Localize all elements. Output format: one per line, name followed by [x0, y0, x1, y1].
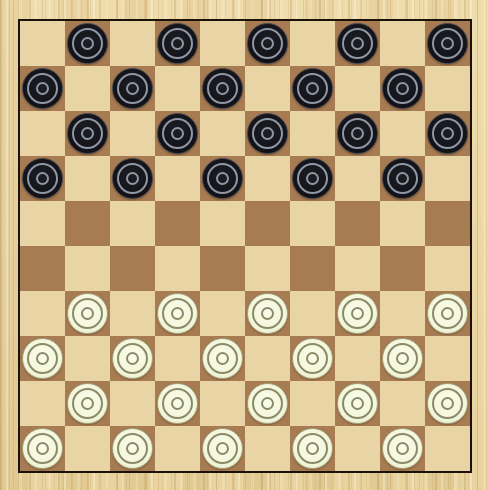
piece-center-ring — [396, 172, 409, 185]
square-26[interactable] — [20, 246, 65, 291]
white-man-piece[interactable] — [157, 293, 198, 334]
light-square-r3c1 — [20, 111, 65, 156]
light-square-r8c2 — [65, 336, 110, 381]
light-square-r6c4 — [155, 246, 200, 291]
light-square-r10c10 — [425, 426, 470, 471]
square-49[interactable] — [290, 426, 335, 471]
white-man-piece[interactable] — [337, 383, 378, 424]
light-square-r10c2 — [65, 426, 110, 471]
square-35[interactable] — [425, 291, 470, 336]
black-man-piece[interactable] — [337, 113, 378, 154]
square-10[interactable] — [380, 66, 425, 111]
light-square-r10c8 — [335, 426, 380, 471]
square-5[interactable] — [425, 21, 470, 66]
piece-center-ring — [36, 442, 49, 455]
square-45[interactable] — [425, 381, 470, 426]
white-man-piece[interactable] — [292, 428, 333, 469]
piece-center-ring — [306, 172, 319, 185]
piece-center-ring — [441, 307, 454, 320]
white-man-piece[interactable] — [292, 338, 333, 379]
white-man-piece[interactable] — [157, 383, 198, 424]
square-41[interactable] — [65, 381, 110, 426]
light-square-r8c4 — [155, 336, 200, 381]
light-square-r3c7 — [290, 111, 335, 156]
square-7[interactable] — [110, 66, 155, 111]
light-square-r9c9 — [380, 381, 425, 426]
light-square-r3c9 — [380, 111, 425, 156]
piece-center-ring — [81, 397, 94, 410]
piece-center-ring — [126, 352, 139, 365]
white-man-piece[interactable] — [67, 293, 108, 334]
piece-center-ring — [306, 352, 319, 365]
piece-center-ring — [216, 352, 229, 365]
square-8[interactable] — [200, 66, 245, 111]
white-man-piece[interactable] — [112, 428, 153, 469]
light-square-r2c6 — [245, 66, 290, 111]
light-square-r4c6 — [245, 156, 290, 201]
piece-center-ring — [171, 127, 184, 140]
piece-center-ring — [396, 442, 409, 455]
light-square-r2c8 — [335, 66, 380, 111]
light-square-r4c2 — [65, 156, 110, 201]
white-man-piece[interactable] — [22, 338, 63, 379]
white-man-piece[interactable] — [67, 383, 108, 424]
square-12[interactable] — [155, 111, 200, 156]
black-man-piece[interactable] — [292, 158, 333, 199]
square-50[interactable] — [380, 426, 425, 471]
square-4[interactable] — [335, 21, 380, 66]
piece-center-ring — [306, 442, 319, 455]
piece-center-ring — [36, 172, 49, 185]
light-square-r7c5 — [200, 291, 245, 336]
light-square-r3c5 — [200, 111, 245, 156]
light-square-r2c10 — [425, 66, 470, 111]
piece-center-ring — [261, 127, 274, 140]
square-17[interactable] — [110, 156, 155, 201]
square-31[interactable] — [65, 291, 110, 336]
light-square-r2c2 — [65, 66, 110, 111]
white-man-piece[interactable] — [427, 383, 468, 424]
light-square-r8c8 — [335, 336, 380, 381]
black-man-piece[interactable] — [157, 23, 198, 64]
black-man-piece[interactable] — [247, 113, 288, 154]
white-man-piece[interactable] — [202, 428, 243, 469]
square-25[interactable] — [425, 201, 470, 246]
black-man-piece[interactable] — [22, 158, 63, 199]
piece-center-ring — [216, 172, 229, 185]
light-square-r5c1 — [20, 201, 65, 246]
white-man-piece[interactable] — [382, 338, 423, 379]
square-2[interactable] — [155, 21, 200, 66]
light-square-r7c9 — [380, 291, 425, 336]
light-square-r6c8 — [335, 246, 380, 291]
light-square-r6c10 — [425, 246, 470, 291]
square-23[interactable] — [245, 201, 290, 246]
white-man-piece[interactable] — [427, 293, 468, 334]
square-18[interactable] — [200, 156, 245, 201]
piece-center-ring — [81, 307, 94, 320]
light-square-r8c10 — [425, 336, 470, 381]
light-square-r5c3 — [110, 201, 155, 246]
light-square-r1c1 — [20, 21, 65, 66]
piece-center-ring — [126, 172, 139, 185]
square-48[interactable] — [200, 426, 245, 471]
square-14[interactable] — [335, 111, 380, 156]
piece-center-ring — [36, 352, 49, 365]
white-man-piece[interactable] — [337, 293, 378, 334]
piece-center-ring — [441, 37, 454, 50]
piece-center-ring — [261, 397, 274, 410]
square-42[interactable] — [155, 381, 200, 426]
light-square-r10c6 — [245, 426, 290, 471]
square-20[interactable] — [380, 156, 425, 201]
black-man-piece[interactable] — [202, 68, 243, 109]
square-16[interactable] — [20, 156, 65, 201]
square-33[interactable] — [245, 291, 290, 336]
black-man-piece[interactable] — [112, 68, 153, 109]
piece-center-ring — [441, 127, 454, 140]
black-man-piece[interactable] — [292, 68, 333, 109]
square-1[interactable] — [65, 21, 110, 66]
piece-center-ring — [216, 82, 229, 95]
square-47[interactable] — [110, 426, 155, 471]
piece-center-ring — [261, 37, 274, 50]
square-6[interactable] — [20, 66, 65, 111]
white-man-piece[interactable] — [247, 383, 288, 424]
light-square-r7c3 — [110, 291, 155, 336]
white-man-piece[interactable] — [382, 428, 423, 469]
piece-center-ring — [261, 307, 274, 320]
square-44[interactable] — [335, 381, 380, 426]
square-13[interactable] — [245, 111, 290, 156]
light-square-r4c10 — [425, 156, 470, 201]
black-man-piece[interactable] — [382, 68, 423, 109]
light-square-r1c3 — [110, 21, 155, 66]
white-man-piece[interactable] — [247, 293, 288, 334]
piece-center-ring — [351, 307, 364, 320]
piece-center-ring — [36, 82, 49, 95]
piece-center-ring — [441, 397, 454, 410]
black-man-piece[interactable] — [112, 158, 153, 199]
piece-center-ring — [351, 397, 364, 410]
black-man-piece[interactable] — [247, 23, 288, 64]
square-22[interactable] — [155, 201, 200, 246]
light-square-r4c8 — [335, 156, 380, 201]
piece-center-ring — [396, 82, 409, 95]
light-square-r3c3 — [110, 111, 155, 156]
board — [18, 19, 472, 473]
black-man-piece[interactable] — [427, 113, 468, 154]
light-square-r5c7 — [290, 201, 335, 246]
light-square-r5c5 — [200, 201, 245, 246]
square-3[interactable] — [245, 21, 290, 66]
light-square-r9c7 — [290, 381, 335, 426]
square-46[interactable] — [20, 426, 65, 471]
piece-center-ring — [81, 127, 94, 140]
light-square-r7c1 — [20, 291, 65, 336]
square-11[interactable] — [65, 111, 110, 156]
light-square-r9c5 — [200, 381, 245, 426]
piece-center-ring — [126, 442, 139, 455]
light-square-r1c7 — [290, 21, 335, 66]
light-square-r10c4 — [155, 426, 200, 471]
white-man-piece[interactable] — [22, 428, 63, 469]
square-43[interactable] — [245, 381, 290, 426]
light-square-r9c1 — [20, 381, 65, 426]
light-square-r6c6 — [245, 246, 290, 291]
light-square-r9c3 — [110, 381, 155, 426]
black-man-piece[interactable] — [22, 68, 63, 109]
light-square-r5c9 — [380, 201, 425, 246]
light-square-r1c5 — [200, 21, 245, 66]
piece-center-ring — [171, 307, 184, 320]
piece-center-ring — [171, 397, 184, 410]
piece-center-ring — [306, 82, 319, 95]
black-man-piece[interactable] — [202, 158, 243, 199]
light-square-r8c6 — [245, 336, 290, 381]
light-square-r6c2 — [65, 246, 110, 291]
black-man-piece[interactable] — [67, 23, 108, 64]
square-28[interactable] — [200, 246, 245, 291]
square-15[interactable] — [425, 111, 470, 156]
square-34[interactable] — [335, 291, 380, 336]
wood-board-frame — [0, 0, 488, 490]
square-9[interactable] — [290, 66, 335, 111]
piece-center-ring — [126, 82, 139, 95]
square-21[interactable] — [65, 201, 110, 246]
square-24[interactable] — [335, 201, 380, 246]
light-square-r7c7 — [290, 291, 335, 336]
black-man-piece[interactable] — [67, 113, 108, 154]
square-27[interactable] — [110, 246, 155, 291]
piece-center-ring — [171, 37, 184, 50]
square-39[interactable] — [290, 336, 335, 381]
black-man-piece[interactable] — [382, 158, 423, 199]
piece-center-ring — [216, 442, 229, 455]
black-man-piece[interactable] — [157, 113, 198, 154]
piece-center-ring — [351, 127, 364, 140]
light-square-r1c9 — [380, 21, 425, 66]
square-30[interactable] — [380, 246, 425, 291]
square-29[interactable] — [290, 246, 335, 291]
light-square-r4c4 — [155, 156, 200, 201]
square-19[interactable] — [290, 156, 335, 201]
square-32[interactable] — [155, 291, 200, 336]
piece-center-ring — [81, 37, 94, 50]
white-man-piece[interactable] — [202, 338, 243, 379]
light-square-r2c4 — [155, 66, 200, 111]
square-36[interactable] — [20, 336, 65, 381]
black-man-piece[interactable] — [337, 23, 378, 64]
square-37[interactable] — [110, 336, 155, 381]
square-40[interactable] — [380, 336, 425, 381]
black-man-piece[interactable] — [427, 23, 468, 64]
piece-center-ring — [351, 37, 364, 50]
piece-center-ring — [396, 352, 409, 365]
white-man-piece[interactable] — [112, 338, 153, 379]
square-38[interactable] — [200, 336, 245, 381]
